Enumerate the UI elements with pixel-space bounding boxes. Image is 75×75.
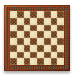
square-c3[interactable] [24, 45, 31, 52]
square-a8[interactable] [10, 11, 17, 18]
square-h7[interactable] [57, 18, 64, 25]
square-c5[interactable] [24, 31, 31, 38]
square-a7[interactable] [10, 18, 17, 25]
chessboard [4, 5, 70, 71]
square-e4[interactable] [37, 38, 44, 45]
square-e7[interactable] [37, 18, 44, 25]
square-g8[interactable] [51, 11, 58, 18]
square-h3[interactable] [57, 45, 64, 52]
square-c1[interactable] [24, 58, 31, 65]
square-b3[interactable] [17, 45, 24, 52]
square-h2[interactable] [57, 52, 64, 59]
square-h6[interactable] [57, 25, 64, 32]
square-c8[interactable] [24, 11, 31, 18]
square-f5[interactable] [44, 31, 51, 38]
square-g4[interactable] [51, 38, 58, 45]
square-h1[interactable] [57, 58, 64, 65]
square-d7[interactable] [30, 18, 37, 25]
square-e8[interactable] [37, 11, 44, 18]
square-f7[interactable] [44, 18, 51, 25]
square-d6[interactable] [30, 25, 37, 32]
photo-background [0, 0, 75, 75]
square-c6[interactable] [24, 25, 31, 32]
square-b8[interactable] [17, 11, 24, 18]
square-b7[interactable] [17, 18, 24, 25]
square-e5[interactable] [37, 31, 44, 38]
square-d5[interactable] [30, 31, 37, 38]
square-g6[interactable] [51, 25, 58, 32]
board-grid [10, 11, 64, 65]
square-f8[interactable] [44, 11, 51, 18]
square-e2[interactable] [37, 52, 44, 59]
square-a4[interactable] [10, 38, 17, 45]
square-c2[interactable] [24, 52, 31, 59]
square-g2[interactable] [51, 52, 58, 59]
square-h4[interactable] [57, 38, 64, 45]
square-g5[interactable] [51, 31, 58, 38]
square-e3[interactable] [37, 45, 44, 52]
square-e1[interactable] [37, 58, 44, 65]
square-g1[interactable] [51, 58, 58, 65]
square-b2[interactable] [17, 52, 24, 59]
square-h5[interactable] [57, 31, 64, 38]
square-g7[interactable] [51, 18, 58, 25]
square-d4[interactable] [30, 38, 37, 45]
square-g3[interactable] [51, 45, 58, 52]
square-a6[interactable] [10, 25, 17, 32]
square-f6[interactable] [44, 25, 51, 32]
square-d3[interactable] [30, 45, 37, 52]
square-a1[interactable] [10, 58, 17, 65]
square-f4[interactable] [44, 38, 51, 45]
square-a3[interactable] [10, 45, 17, 52]
square-b5[interactable] [17, 31, 24, 38]
square-d2[interactable] [30, 52, 37, 59]
square-d8[interactable] [30, 11, 37, 18]
square-f1[interactable] [44, 58, 51, 65]
square-h8[interactable] [57, 11, 64, 18]
square-e6[interactable] [37, 25, 44, 32]
square-d1[interactable] [30, 58, 37, 65]
square-f3[interactable] [44, 45, 51, 52]
square-b6[interactable] [17, 25, 24, 32]
square-c7[interactable] [24, 18, 31, 25]
square-a5[interactable] [10, 31, 17, 38]
square-b4[interactable] [17, 38, 24, 45]
square-a2[interactable] [10, 52, 17, 59]
square-b1[interactable] [17, 58, 24, 65]
square-f2[interactable] [44, 52, 51, 59]
square-c4[interactable] [24, 38, 31, 45]
